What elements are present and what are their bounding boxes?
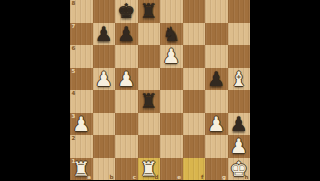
square-e2[interactable] bbox=[160, 135, 183, 158]
square-c4[interactable] bbox=[115, 90, 138, 113]
square-b3[interactable] bbox=[93, 113, 116, 136]
square-d5[interactable] bbox=[138, 68, 161, 91]
file-label: h bbox=[245, 174, 249, 180]
square-g7[interactable] bbox=[205, 23, 228, 46]
square-e7[interactable]: ♞ bbox=[160, 23, 183, 46]
piece-black-pawn[interactable]: ♟ bbox=[205, 68, 228, 91]
square-d1[interactable]: d♜ bbox=[138, 158, 161, 181]
rank-label: 2 bbox=[72, 135, 76, 142]
square-g3[interactable]: ♟ bbox=[205, 113, 228, 136]
square-f2[interactable] bbox=[183, 135, 206, 158]
square-h5[interactable]: ♝ bbox=[228, 68, 251, 91]
square-a3[interactable]: 3♟ bbox=[70, 113, 93, 136]
file-label: a bbox=[87, 174, 91, 180]
chess-board: 8♚♜7♟♟♞6♟5♟♟♟♝4♜3♟♟♟2♟1a♜bcd♜efgh♚ bbox=[70, 0, 250, 180]
piece-black-pawn[interactable]: ♟ bbox=[115, 23, 138, 46]
square-b5[interactable]: ♟ bbox=[93, 68, 116, 91]
piece-black-knight[interactable]: ♞ bbox=[160, 23, 183, 46]
file-label: f bbox=[201, 174, 203, 180]
square-d2[interactable] bbox=[138, 135, 161, 158]
square-f1[interactable]: f bbox=[183, 158, 206, 181]
square-c2[interactable] bbox=[115, 135, 138, 158]
square-a1[interactable]: 1a♜ bbox=[70, 158, 93, 181]
square-a8[interactable]: 8 bbox=[70, 0, 93, 23]
square-d4[interactable]: ♜ bbox=[138, 90, 161, 113]
square-d6[interactable] bbox=[138, 45, 161, 68]
square-h2[interactable]: ♟ bbox=[228, 135, 251, 158]
square-a4[interactable]: 4 bbox=[70, 90, 93, 113]
square-e1[interactable]: e bbox=[160, 158, 183, 181]
file-label: c bbox=[133, 174, 136, 180]
rank-label: 1 bbox=[72, 158, 76, 165]
square-a7[interactable]: 7 bbox=[70, 23, 93, 46]
square-c7[interactable]: ♟ bbox=[115, 23, 138, 46]
square-f3[interactable] bbox=[183, 113, 206, 136]
square-b1[interactable]: b bbox=[93, 158, 116, 181]
video-frame: 8♚♜7♟♟♞6♟5♟♟♟♝4♜3♟♟♟2♟1a♜bcd♜efgh♚ bbox=[0, 0, 320, 180]
rank-label: 3 bbox=[72, 113, 76, 120]
piece-white-pawn[interactable]: ♟ bbox=[205, 113, 228, 136]
square-h4[interactable] bbox=[228, 90, 251, 113]
rank-label: 7 bbox=[72, 23, 76, 30]
square-c8[interactable]: ♚ bbox=[115, 0, 138, 23]
square-a2[interactable]: 2 bbox=[70, 135, 93, 158]
piece-white-pawn[interactable]: ♟ bbox=[93, 68, 116, 91]
piece-white-pawn[interactable]: ♟ bbox=[228, 135, 251, 158]
letterbox-left bbox=[0, 0, 70, 180]
square-f4[interactable] bbox=[183, 90, 206, 113]
square-c6[interactable] bbox=[115, 45, 138, 68]
file-label: d bbox=[155, 174, 159, 180]
letterbox-right bbox=[250, 0, 320, 180]
piece-black-rook[interactable]: ♜ bbox=[138, 90, 161, 113]
square-c3[interactable] bbox=[115, 113, 138, 136]
square-h6[interactable] bbox=[228, 45, 251, 68]
square-e6[interactable]: ♟ bbox=[160, 45, 183, 68]
square-h8[interactable] bbox=[228, 0, 251, 23]
square-g1[interactable]: g bbox=[205, 158, 228, 181]
square-e4[interactable] bbox=[160, 90, 183, 113]
square-f7[interactable] bbox=[183, 23, 206, 46]
square-b7[interactable]: ♟ bbox=[93, 23, 116, 46]
rank-label: 5 bbox=[72, 68, 76, 75]
rank-label: 4 bbox=[72, 90, 76, 97]
piece-white-pawn[interactable]: ♟ bbox=[115, 68, 138, 91]
rank-label: 6 bbox=[72, 45, 76, 52]
square-g4[interactable] bbox=[205, 90, 228, 113]
square-f6[interactable] bbox=[183, 45, 206, 68]
square-g2[interactable] bbox=[205, 135, 228, 158]
square-c5[interactable]: ♟ bbox=[115, 68, 138, 91]
square-e8[interactable] bbox=[160, 0, 183, 23]
square-f5[interactable] bbox=[183, 68, 206, 91]
piece-black-pawn[interactable]: ♟ bbox=[93, 23, 116, 46]
piece-white-pawn[interactable]: ♟ bbox=[160, 45, 183, 68]
square-d3[interactable] bbox=[138, 113, 161, 136]
file-label: b bbox=[110, 174, 114, 180]
square-g8[interactable] bbox=[205, 0, 228, 23]
square-a5[interactable]: 5 bbox=[70, 68, 93, 91]
piece-white-bishop[interactable]: ♝ bbox=[228, 68, 251, 91]
square-h1[interactable]: h♚ bbox=[228, 158, 251, 181]
square-g6[interactable] bbox=[205, 45, 228, 68]
square-b6[interactable] bbox=[93, 45, 116, 68]
square-e3[interactable] bbox=[160, 113, 183, 136]
rank-label: 8 bbox=[72, 0, 76, 7]
piece-black-pawn[interactable]: ♟ bbox=[228, 113, 251, 136]
square-h3[interactable]: ♟ bbox=[228, 113, 251, 136]
square-g5[interactable]: ♟ bbox=[205, 68, 228, 91]
file-label: e bbox=[177, 174, 181, 180]
file-label: g bbox=[222, 174, 226, 180]
square-h7[interactable] bbox=[228, 23, 251, 46]
square-b2[interactable] bbox=[93, 135, 116, 158]
square-d7[interactable] bbox=[138, 23, 161, 46]
square-b4[interactable] bbox=[93, 90, 116, 113]
piece-black-rook[interactable]: ♜ bbox=[138, 0, 161, 23]
square-f8[interactable] bbox=[183, 0, 206, 23]
square-b8[interactable] bbox=[93, 0, 116, 23]
square-e5[interactable] bbox=[160, 68, 183, 91]
square-d8[interactable]: ♜ bbox=[138, 0, 161, 23]
square-a6[interactable]: 6 bbox=[70, 45, 93, 68]
piece-black-king[interactable]: ♚ bbox=[115, 0, 138, 23]
square-c1[interactable]: c bbox=[115, 158, 138, 181]
